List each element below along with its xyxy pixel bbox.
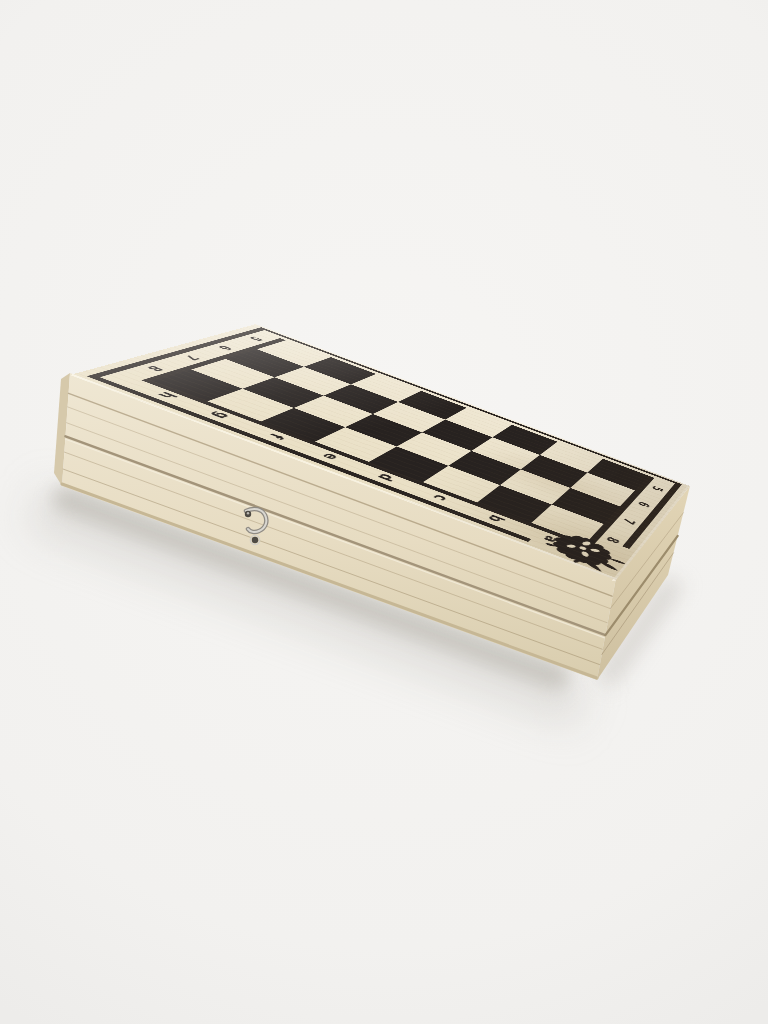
- clasp-top-screw-glint: [247, 512, 249, 514]
- clasp-bottom-screw: [252, 537, 258, 543]
- rank-label-right-6: 6: [632, 498, 656, 511]
- ornament-leaf-3: [599, 561, 620, 571]
- rank-label-right-5: 5: [646, 483, 669, 495]
- product-photo-scene: hgfedcba 5678 5678: [0, 0, 768, 1024]
